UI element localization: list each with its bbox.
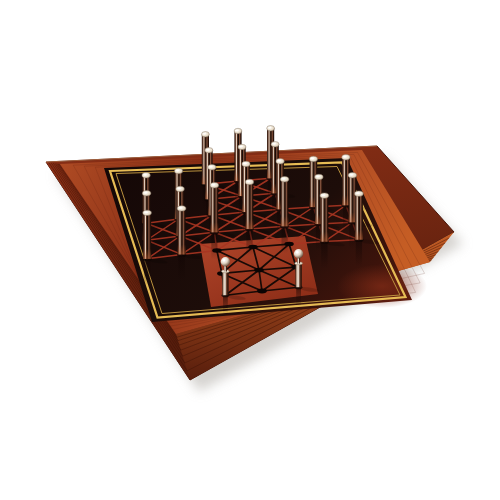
officer-ball — [294, 249, 303, 258]
peg-cap-glint — [322, 194, 326, 196]
peg-reflection — [296, 288, 301, 306]
peg-cap-glint — [282, 178, 286, 180]
peg-base-glint — [246, 219, 254, 229]
peg-cap-glint — [206, 149, 210, 151]
peg-cap-glint — [316, 176, 320, 178]
peg-reflection — [223, 296, 228, 314]
peg-cap-glint — [209, 166, 213, 168]
soldier-peg[interactable] — [177, 206, 186, 257]
peg-cap-glint — [144, 212, 148, 214]
officer-ball-glint — [296, 251, 298, 253]
peg-cap-glint — [343, 156, 347, 158]
peg-base-glint — [178, 244, 186, 254]
officer-ball-glint — [223, 259, 225, 261]
peg-base-glint — [143, 249, 151, 259]
soldier-peg[interactable] — [320, 193, 329, 244]
peg-cap-glint — [356, 192, 360, 194]
officer-neck — [224, 266, 227, 272]
peg-base-glint — [355, 230, 363, 240]
asalto-board-photo — [0, 0, 500, 500]
peg-cap-glint — [272, 143, 276, 145]
peg-body — [295, 263, 301, 287]
peg-cap-glint — [268, 127, 272, 129]
peg-cap-glint — [144, 192, 148, 194]
product-photo-stage — [0, 0, 500, 500]
peg-cap-glint — [203, 133, 207, 135]
peg-base-glint — [320, 232, 328, 242]
peg-reflection — [144, 260, 150, 286]
peg-body — [222, 271, 228, 295]
peg-cap-glint — [177, 188, 181, 190]
peg-cap-glint — [243, 163, 247, 165]
peg-cap-glint — [247, 181, 251, 183]
officer-neck — [297, 258, 300, 264]
peg-cap-glint — [176, 170, 180, 172]
peg-reflection — [343, 206, 349, 232]
soldier-peg[interactable] — [245, 179, 254, 231]
peg-base-glint — [281, 216, 289, 226]
peg-hole[interactable] — [257, 289, 267, 294]
peg-cap-glint — [350, 174, 354, 176]
peg-cap-glint — [143, 174, 147, 176]
peg-cap-glint — [179, 207, 183, 209]
peg-reflection — [246, 230, 252, 256]
soldier-peg[interactable] — [354, 191, 363, 242]
peg-reflection — [321, 243, 327, 269]
peg-base-glint — [211, 222, 219, 232]
peg-reflection — [178, 255, 184, 281]
peg-reflection — [211, 233, 217, 259]
officer-ball — [221, 257, 230, 266]
peg-reflection — [349, 223, 355, 249]
peg-reflection — [282, 227, 288, 253]
peg-hole[interactable] — [254, 268, 264, 273]
soldier-peg[interactable] — [143, 210, 152, 261]
peg-cap-glint — [212, 184, 216, 186]
peg-cap-glint — [239, 146, 243, 148]
soldier-peg[interactable] — [210, 183, 219, 235]
peg-cap-glint — [235, 130, 239, 132]
peg-reflection — [356, 241, 362, 267]
peg-cap-glint — [277, 160, 281, 162]
soldier-peg[interactable] — [280, 177, 289, 229]
peg-cap-glint — [311, 158, 315, 160]
